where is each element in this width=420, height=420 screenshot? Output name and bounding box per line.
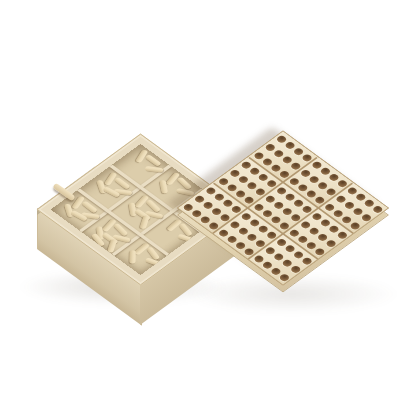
peg-hole xyxy=(240,160,253,169)
peg-hole xyxy=(248,166,261,175)
peg-hole xyxy=(254,238,267,247)
peg-hole xyxy=(264,194,277,203)
peg-hole xyxy=(292,250,305,259)
peg-hole xyxy=(311,160,324,169)
peg-hole xyxy=(272,200,285,209)
peg-hole xyxy=(230,204,243,213)
peg-hole xyxy=(292,198,305,207)
peg-hole xyxy=(219,213,232,222)
peg-hole xyxy=(308,174,321,183)
peg-hole xyxy=(270,215,283,224)
peg-hole xyxy=(343,200,356,209)
peg-hole xyxy=(246,181,259,190)
peg-hole xyxy=(253,151,266,160)
wooden-peg xyxy=(145,154,162,166)
peg-hole xyxy=(336,230,349,239)
peg-hole xyxy=(335,194,348,203)
wooden-peg xyxy=(130,250,136,263)
peg-hole xyxy=(340,215,353,224)
peg-hole xyxy=(288,177,301,186)
peg-hole xyxy=(221,198,234,207)
peg-hole xyxy=(301,153,314,162)
peg-hole xyxy=(275,237,288,246)
peg-hole xyxy=(275,134,288,143)
peg-hole xyxy=(202,200,215,209)
peg-hole xyxy=(284,192,297,201)
peg-hole xyxy=(254,187,267,196)
peg-hole xyxy=(328,224,341,233)
product-photo-stage xyxy=(0,0,420,420)
peg-hole xyxy=(278,169,291,178)
peg-hole xyxy=(264,246,277,255)
peg-hole xyxy=(308,226,321,235)
peg-hole xyxy=(305,241,318,250)
peg-hole xyxy=(248,218,261,227)
peg-hole xyxy=(270,163,283,172)
peg-hole xyxy=(272,252,285,261)
peg-hole xyxy=(299,220,312,229)
peg-hole xyxy=(289,264,302,273)
peg-hole xyxy=(278,221,291,230)
peg-hole xyxy=(296,234,309,243)
peg-hole xyxy=(354,192,367,201)
peg-hole xyxy=(328,172,341,181)
peg-hole xyxy=(281,155,294,164)
peg-hole xyxy=(305,189,318,198)
peg-hole xyxy=(229,168,242,177)
peg-hole xyxy=(253,202,266,211)
peg-hole xyxy=(284,140,297,149)
peg-hole xyxy=(213,192,226,201)
peg-hole xyxy=(349,221,362,230)
peg-hole xyxy=(325,187,338,196)
peg-hole xyxy=(237,174,250,183)
peg-hole xyxy=(253,254,266,263)
peg-hole xyxy=(325,238,338,247)
peg-hole xyxy=(363,198,376,207)
peg-hole xyxy=(205,186,218,195)
peg-hole xyxy=(243,195,256,204)
peg-hole xyxy=(265,230,278,239)
peg-hole xyxy=(237,226,250,235)
peg-hole xyxy=(301,256,314,265)
peg-hole xyxy=(190,209,203,218)
peg-hole xyxy=(313,195,326,204)
peg-hole xyxy=(336,179,349,188)
peg-hole xyxy=(332,209,345,218)
peg-hole xyxy=(289,213,302,222)
peg-hole xyxy=(217,228,230,237)
peg-hole xyxy=(199,215,212,224)
peg-hole xyxy=(261,157,274,166)
peg-hole xyxy=(261,209,274,218)
peg-hole xyxy=(234,189,247,198)
peg-hole xyxy=(319,218,332,227)
peg-hole xyxy=(261,260,274,269)
peg-hole xyxy=(210,206,223,215)
peg-hole xyxy=(360,213,373,222)
peg-hole xyxy=(323,202,336,211)
peg-hole xyxy=(301,204,314,213)
peg-hole xyxy=(371,204,384,213)
peg-hole xyxy=(346,186,359,195)
peg-hole xyxy=(292,147,305,156)
peg-hole xyxy=(229,220,242,229)
peg-hole xyxy=(278,273,291,282)
peg-hole xyxy=(272,149,285,158)
peg-hole xyxy=(296,183,309,192)
peg-hole xyxy=(207,221,220,230)
peg-hole xyxy=(288,228,301,237)
peg-hole xyxy=(316,181,329,190)
peg-hole xyxy=(226,183,239,192)
peg-hole xyxy=(226,234,239,243)
peg-hole xyxy=(182,202,195,211)
peg-hole xyxy=(257,172,270,181)
peg-hole xyxy=(281,206,294,215)
peg-hole xyxy=(234,241,247,250)
peg-hole xyxy=(243,247,256,256)
peg-hole xyxy=(217,177,230,186)
peg-hole xyxy=(265,179,278,188)
peg-hole xyxy=(313,247,326,256)
peg-hole xyxy=(240,212,253,221)
peg-hole xyxy=(352,206,365,215)
peg-hole xyxy=(311,212,324,221)
peg-hole xyxy=(257,224,270,233)
wooden-peg xyxy=(145,166,164,172)
peg-hole xyxy=(270,266,283,275)
peg-hole xyxy=(275,186,288,195)
peg-hole xyxy=(319,166,332,175)
peg-hole xyxy=(284,244,297,253)
peg-hole xyxy=(289,161,302,170)
peg-hole xyxy=(316,232,329,241)
peg-hole xyxy=(246,232,259,241)
peg-hole xyxy=(281,258,294,267)
peg-hole xyxy=(264,142,277,151)
peg-hole xyxy=(299,168,312,177)
peg-hole xyxy=(193,194,206,203)
